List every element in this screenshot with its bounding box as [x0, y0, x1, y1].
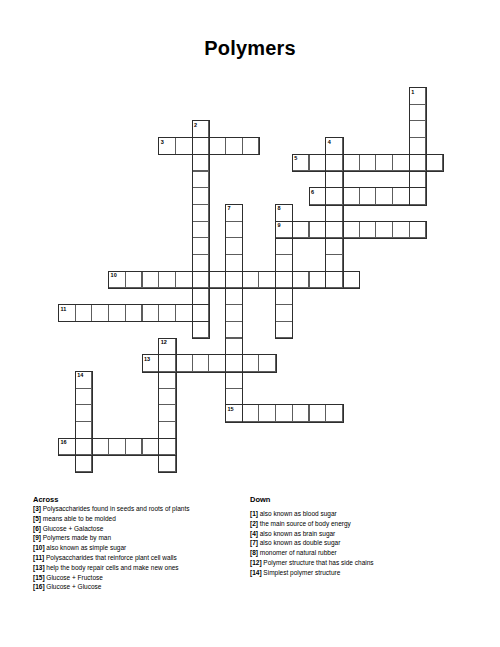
- grid-cell[interactable]: [225, 287, 243, 305]
- grid-cell[interactable]: [275, 254, 293, 272]
- clue-number: 13: [144, 356, 150, 362]
- grid-cell[interactable]: [242, 354, 260, 372]
- grid-cell[interactable]: [392, 187, 410, 205]
- grid-cell[interactable]: [192, 137, 210, 155]
- grid-cell[interactable]: 11: [58, 304, 76, 322]
- grid-cell[interactable]: [158, 454, 176, 472]
- clue-number: 3: [161, 139, 164, 145]
- clue-number: 12: [161, 339, 167, 345]
- grid-cell[interactable]: [225, 304, 243, 322]
- grid-cell[interactable]: [225, 221, 243, 239]
- grid-cell[interactable]: [258, 404, 276, 422]
- grid-cell[interactable]: [275, 271, 293, 289]
- grid-cell[interactable]: [225, 271, 243, 289]
- clue-number: 4: [328, 139, 331, 145]
- down-clue-item: [7] also known as double sugar: [250, 538, 470, 548]
- grid-cell[interactable]: [242, 404, 260, 422]
- grid-cell[interactable]: [409, 104, 427, 122]
- grid-cell[interactable]: [75, 404, 93, 422]
- grid-cell[interactable]: [342, 271, 360, 289]
- grid-cell[interactable]: [175, 304, 193, 322]
- down-clues-header: Down: [250, 495, 270, 504]
- grid-cell[interactable]: [275, 304, 293, 322]
- crossword-page: { "game": "crossword", "title": "Polymer…: [0, 0, 500, 647]
- grid-cell[interactable]: [192, 287, 210, 305]
- grid-cell[interactable]: [108, 304, 126, 322]
- grid-cell[interactable]: [325, 204, 343, 222]
- grid-cell[interactable]: [75, 388, 93, 406]
- grid-cell[interactable]: [292, 221, 310, 239]
- across-clue-item: [10] also known as simple sugar: [33, 543, 247, 553]
- across-clue-item: [16] Glucose + Glucose: [33, 582, 247, 592]
- grid-cell[interactable]: [75, 438, 93, 456]
- grid-cell[interactable]: [342, 154, 360, 172]
- grid-cell[interactable]: 1: [409, 87, 427, 105]
- grid-cell[interactable]: [375, 221, 393, 239]
- grid-cell[interactable]: [192, 221, 210, 239]
- grid-cell[interactable]: 16: [58, 438, 76, 456]
- grid-cell[interactable]: [75, 421, 93, 439]
- clue-number: 14: [77, 372, 83, 378]
- grid-cell[interactable]: [192, 304, 210, 322]
- grid-cell[interactable]: [125, 271, 143, 289]
- grid-cell[interactable]: [309, 404, 327, 422]
- grid-cell[interactable]: [192, 237, 210, 255]
- grid-cell[interactable]: [192, 321, 210, 339]
- grid-cell[interactable]: [208, 271, 226, 289]
- down-clue-item: [2] the main source of body energy: [250, 519, 470, 529]
- grid-cell[interactable]: [225, 371, 243, 389]
- grid-cell[interactable]: [225, 137, 243, 155]
- clue-number: 2: [194, 122, 197, 128]
- grid-cell[interactable]: [409, 120, 427, 138]
- grid-cell[interactable]: 5: [292, 154, 310, 172]
- clue-number: 8: [278, 205, 281, 211]
- across-clue-item: [3] Polysaccharides found in seeds and r…: [33, 504, 247, 514]
- down-clue-item: [4] also known as brain sugar: [250, 529, 470, 539]
- grid-cell[interactable]: [158, 404, 176, 422]
- grid-cell[interactable]: 4: [325, 137, 343, 155]
- grid-cell[interactable]: [208, 137, 226, 155]
- grid-cell[interactable]: [325, 187, 343, 205]
- grid-cell[interactable]: [409, 154, 427, 172]
- grid-cell[interactable]: [359, 154, 377, 172]
- grid-cell[interactable]: [158, 354, 176, 372]
- grid-cell[interactable]: [242, 271, 260, 289]
- grid-cell[interactable]: [192, 171, 210, 189]
- clue-number: 15: [228, 406, 234, 412]
- grid-cell[interactable]: 9: [275, 221, 293, 239]
- grid-cell[interactable]: [158, 271, 176, 289]
- grid-cell[interactable]: [275, 321, 293, 339]
- grid-cell[interactable]: [75, 304, 93, 322]
- down-clue-item: [1] also known as blood sugar: [250, 509, 470, 519]
- grid-cell[interactable]: 7: [225, 204, 243, 222]
- grid-cell[interactable]: [142, 271, 160, 289]
- grid-cell[interactable]: [192, 254, 210, 272]
- grid-cell[interactable]: [192, 271, 210, 289]
- grid-cell[interactable]: [91, 438, 109, 456]
- grid-cell[interactable]: [275, 404, 293, 422]
- grid-cell[interactable]: [158, 304, 176, 322]
- grid-cell[interactable]: [409, 221, 427, 239]
- grid-cell[interactable]: [192, 204, 210, 222]
- grid-cell[interactable]: 10: [108, 271, 126, 289]
- grid-cell[interactable]: [359, 187, 377, 205]
- grid-cell[interactable]: [125, 438, 143, 456]
- grid-cell[interactable]: [275, 237, 293, 255]
- grid-cell[interactable]: [225, 237, 243, 255]
- grid-cell[interactable]: [292, 404, 310, 422]
- grid-cell[interactable]: [225, 321, 243, 339]
- down-clue-item: [14] Simplest polymer structure: [250, 568, 470, 578]
- clue-number: 9: [278, 222, 281, 228]
- down-clue-item: [8] monomer of natural rubber: [250, 548, 470, 558]
- grid-cell[interactable]: [175, 354, 193, 372]
- grid-cell[interactable]: [325, 254, 343, 272]
- grid-cell[interactable]: [158, 438, 176, 456]
- grid-cell[interactable]: 12: [158, 338, 176, 356]
- grid-cell[interactable]: [325, 154, 343, 172]
- grid-cell[interactable]: [158, 371, 176, 389]
- grid-cell[interactable]: 8: [275, 204, 293, 222]
- across-clues-header: Across: [33, 495, 58, 504]
- grid-cell[interactable]: 3: [158, 137, 176, 155]
- across-clue-item: [9] Polymers made by man: [33, 533, 247, 543]
- grid-cell[interactable]: 2: [192, 120, 210, 138]
- grid-cell[interactable]: [142, 304, 160, 322]
- clue-number: 6: [311, 189, 314, 195]
- grid-cell[interactable]: [91, 304, 109, 322]
- clue-number: 16: [61, 439, 67, 445]
- grid-cell[interactable]: [158, 421, 176, 439]
- grid-cell[interactable]: 6: [309, 187, 327, 205]
- grid-cell[interactable]: [225, 354, 243, 372]
- grid-cell[interactable]: [342, 221, 360, 239]
- grid-cell[interactable]: [359, 221, 377, 239]
- clue-number: 5: [294, 155, 297, 161]
- grid-cell[interactable]: [242, 137, 260, 155]
- grid-cell[interactable]: [425, 154, 443, 172]
- grid-cell[interactable]: [225, 338, 243, 356]
- grid-cell[interactable]: [125, 304, 143, 322]
- grid-cell[interactable]: [158, 388, 176, 406]
- grid-cell[interactable]: [325, 237, 343, 255]
- grid-cell[interactable]: [309, 154, 327, 172]
- grid-cell[interactable]: [175, 271, 193, 289]
- grid-cell[interactable]: 15: [225, 404, 243, 422]
- grid-cell[interactable]: 14: [75, 371, 93, 389]
- down-clue-item: [12] Polymer structure that has side cha…: [250, 558, 470, 568]
- grid-cell[interactable]: [325, 271, 343, 289]
- across-clue-item: [13] help the body repair cells and make…: [33, 563, 247, 573]
- clue-number: 10: [111, 272, 117, 278]
- grid-cell[interactable]: [108, 438, 126, 456]
- across-clue-item: [11] Polysaccharides that reinforce plan…: [33, 553, 247, 563]
- across-clue-item: [6] Glucose + Galactose: [33, 524, 247, 534]
- puzzle-title: Polymers: [0, 37, 500, 60]
- grid-cell[interactable]: [409, 137, 427, 155]
- grid-cell[interactable]: [392, 221, 410, 239]
- grid-cell[interactable]: [75, 454, 93, 472]
- grid-cell[interactable]: [409, 171, 427, 189]
- grid-cell[interactable]: [225, 388, 243, 406]
- grid-cell[interactable]: [342, 187, 360, 205]
- grid-cell[interactable]: [192, 154, 210, 172]
- across-clue-item: [15] Glucose + Fructose: [33, 573, 247, 583]
- across-clue-item: [5] means able to be molded: [33, 514, 247, 524]
- clue-number: 7: [228, 205, 231, 211]
- down-clue-list: [1] also known as blood sugar[2] the mai…: [250, 509, 470, 578]
- grid-cell[interactable]: [325, 221, 343, 239]
- grid-cell[interactable]: [175, 137, 193, 155]
- grid-cell[interactable]: [292, 271, 310, 289]
- across-clue-list: [3] Polysaccharides found in seeds and r…: [33, 504, 247, 592]
- grid-cell[interactable]: [409, 187, 427, 205]
- grid-cell[interactable]: [325, 171, 343, 189]
- grid-cell[interactable]: [392, 154, 410, 172]
- grid-cell[interactable]: [275, 287, 293, 305]
- grid-cell[interactable]: [208, 354, 226, 372]
- grid-cell[interactable]: [258, 271, 276, 289]
- grid-cell[interactable]: [375, 187, 393, 205]
- clue-number: 11: [61, 306, 67, 312]
- crossword-grid: 12345671589101112131416: [58, 87, 444, 473]
- grid-cell[interactable]: [192, 354, 210, 372]
- grid-cell[interactable]: 13: [142, 354, 160, 372]
- grid-cell[interactable]: [142, 438, 160, 456]
- grid-cell[interactable]: [258, 354, 276, 372]
- grid-cell[interactable]: [192, 187, 210, 205]
- grid-cell[interactable]: [375, 154, 393, 172]
- grid-cell[interactable]: [325, 404, 343, 422]
- clue-number: 1: [411, 89, 414, 95]
- grid-cell[interactable]: [309, 221, 327, 239]
- grid-cell[interactable]: [309, 271, 327, 289]
- grid-cell[interactable]: [225, 254, 243, 272]
